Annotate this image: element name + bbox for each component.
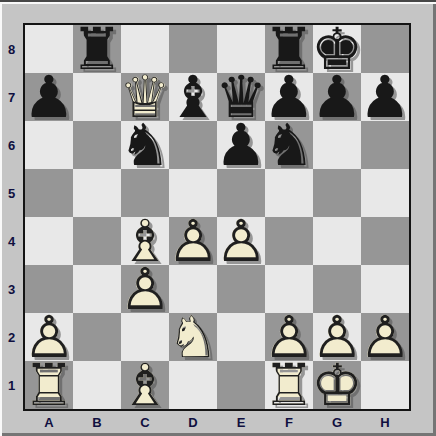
black-pawn-glyph: ♟ bbox=[25, 73, 73, 121]
square-g1[interactable]: ♚♔ bbox=[313, 361, 361, 409]
black-pawn-glyph: ♟ bbox=[361, 73, 409, 121]
piece-black-pawn[interactable]: ♟ bbox=[25, 73, 73, 121]
square-h4[interactable] bbox=[361, 217, 409, 265]
white-king-outline: ♔ bbox=[313, 361, 361, 409]
file-labels: ABCDEFGH bbox=[25, 411, 409, 434]
square-h7[interactable]: ♟ bbox=[361, 73, 409, 121]
piece-black-knight[interactable]: ♞ bbox=[265, 121, 313, 169]
square-e2[interactable] bbox=[217, 313, 265, 361]
piece-black-knight[interactable]: ♞ bbox=[121, 121, 169, 169]
piece-black-rook[interactable]: ♜ bbox=[73, 25, 121, 73]
piece-white-rook[interactable]: ♜♖ bbox=[25, 361, 73, 409]
piece-white-knight[interactable]: ♞♘ bbox=[169, 313, 217, 361]
black-bishop-glyph: ♝ bbox=[169, 73, 217, 121]
square-d2[interactable]: ♞♘ bbox=[169, 313, 217, 361]
square-h6[interactable] bbox=[361, 121, 409, 169]
square-d7[interactable]: ♝ bbox=[169, 73, 217, 121]
square-d6[interactable] bbox=[169, 121, 217, 169]
square-a7[interactable]: ♟ bbox=[25, 73, 73, 121]
piece-white-rook[interactable]: ♜♖ bbox=[265, 361, 313, 409]
square-g4[interactable] bbox=[313, 217, 361, 265]
piece-black-bishop[interactable]: ♝ bbox=[169, 73, 217, 121]
square-c3[interactable]: ♟♙ bbox=[121, 265, 169, 313]
chess-diagram: 87654321 ♜♜♚♟♛♕♝♛♟♟♟♞♟♞♝♗♟♙♟♙♟♙♟♙♞♘♟♙♟♙♟… bbox=[0, 0, 436, 436]
rank-label-1: 1 bbox=[0, 361, 23, 409]
black-knight-glyph: ♞ bbox=[121, 121, 169, 169]
square-b2[interactable] bbox=[73, 313, 121, 361]
square-b3[interactable] bbox=[73, 265, 121, 313]
piece-white-pawn[interactable]: ♟♙ bbox=[121, 265, 169, 313]
file-label-b: B bbox=[73, 411, 121, 434]
white-pawn-outline: ♙ bbox=[361, 313, 409, 361]
piece-black-pawn[interactable]: ♟ bbox=[361, 73, 409, 121]
piece-white-bishop[interactable]: ♝♗ bbox=[121, 361, 169, 409]
piece-white-king[interactable]: ♚♔ bbox=[313, 361, 361, 409]
square-f5[interactable] bbox=[265, 169, 313, 217]
file-label-e: E bbox=[217, 411, 265, 434]
rank-label-2: 2 bbox=[0, 313, 23, 361]
square-c1[interactable]: ♝♗ bbox=[121, 361, 169, 409]
rank-label-7: 7 bbox=[0, 73, 23, 121]
square-f1[interactable]: ♜♖ bbox=[265, 361, 313, 409]
rank-label-4: 4 bbox=[0, 217, 23, 265]
piece-white-pawn[interactable]: ♟♙ bbox=[217, 217, 265, 265]
file-label-c: C bbox=[121, 411, 169, 434]
square-a5[interactable] bbox=[25, 169, 73, 217]
rank-label-8: 8 bbox=[0, 25, 23, 73]
square-b5[interactable] bbox=[73, 169, 121, 217]
square-g5[interactable] bbox=[313, 169, 361, 217]
square-d1[interactable] bbox=[169, 361, 217, 409]
piece-black-pawn[interactable]: ♟ bbox=[313, 73, 361, 121]
rank-labels: 87654321 bbox=[0, 25, 23, 409]
piece-black-pawn[interactable]: ♟ bbox=[217, 121, 265, 169]
square-e4[interactable]: ♟♙ bbox=[217, 217, 265, 265]
square-h5[interactable] bbox=[361, 169, 409, 217]
white-rook-outline: ♖ bbox=[265, 361, 313, 409]
piece-white-pawn[interactable]: ♟♙ bbox=[169, 217, 217, 265]
white-pawn-outline: ♙ bbox=[169, 217, 217, 265]
rank-label-5: 5 bbox=[0, 169, 23, 217]
square-c6[interactable]: ♞ bbox=[121, 121, 169, 169]
chess-board: ♜♜♚♟♛♕♝♛♟♟♟♞♟♞♝♗♟♙♟♙♟♙♟♙♞♘♟♙♟♙♟♙♜♖♝♗♜♖♚♔ bbox=[23, 23, 411, 411]
file-label-d: D bbox=[169, 411, 217, 434]
square-f6[interactable]: ♞ bbox=[265, 121, 313, 169]
square-d4[interactable]: ♟♙ bbox=[169, 217, 217, 265]
black-pawn-glyph: ♟ bbox=[217, 121, 265, 169]
rank-label-6: 6 bbox=[0, 121, 23, 169]
white-pawn-outline: ♙ bbox=[121, 265, 169, 313]
rank-label-3: 3 bbox=[0, 265, 23, 313]
square-b7[interactable] bbox=[73, 73, 121, 121]
file-label-a: A bbox=[25, 411, 73, 434]
square-b8[interactable]: ♜ bbox=[73, 25, 121, 73]
square-h1[interactable] bbox=[361, 361, 409, 409]
white-knight-outline: ♘ bbox=[169, 313, 217, 361]
square-e6[interactable]: ♟ bbox=[217, 121, 265, 169]
file-label-g: G bbox=[313, 411, 361, 434]
black-pawn-glyph: ♟ bbox=[313, 73, 361, 121]
square-f4[interactable] bbox=[265, 217, 313, 265]
square-b1[interactable] bbox=[73, 361, 121, 409]
white-pawn-outline: ♙ bbox=[217, 217, 265, 265]
square-a4[interactable] bbox=[25, 217, 73, 265]
white-bishop-outline: ♗ bbox=[121, 361, 169, 409]
file-label-h: H bbox=[361, 411, 409, 434]
square-h2[interactable]: ♟♙ bbox=[361, 313, 409, 361]
square-e1[interactable] bbox=[217, 361, 265, 409]
black-rook-glyph: ♜ bbox=[73, 25, 121, 73]
square-g7[interactable]: ♟ bbox=[313, 73, 361, 121]
white-rook-outline: ♖ bbox=[25, 361, 73, 409]
black-knight-glyph: ♞ bbox=[265, 121, 313, 169]
square-b4[interactable] bbox=[73, 217, 121, 265]
square-a1[interactable]: ♜♖ bbox=[25, 361, 73, 409]
square-g6[interactable] bbox=[313, 121, 361, 169]
piece-white-pawn[interactable]: ♟♙ bbox=[361, 313, 409, 361]
square-b6[interactable] bbox=[73, 121, 121, 169]
square-a6[interactable] bbox=[25, 121, 73, 169]
file-label-f: F bbox=[265, 411, 313, 434]
square-e3[interactable] bbox=[217, 265, 265, 313]
